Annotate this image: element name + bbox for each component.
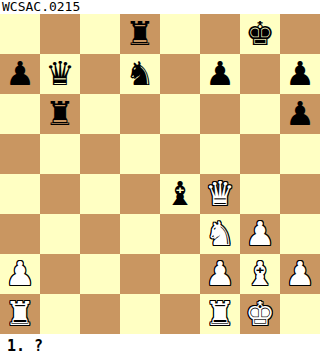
square-c2[interactable] bbox=[80, 254, 120, 294]
square-b3[interactable] bbox=[40, 214, 80, 254]
square-f5[interactable] bbox=[200, 134, 240, 174]
square-f1[interactable]: ♜ bbox=[200, 294, 240, 334]
square-c7[interactable] bbox=[80, 54, 120, 94]
square-f7[interactable]: ♟ bbox=[200, 54, 240, 94]
square-h7[interactable]: ♟ bbox=[280, 54, 320, 94]
square-d7[interactable]: ♞ bbox=[120, 54, 160, 94]
square-d8[interactable]: ♜ bbox=[120, 14, 160, 54]
square-a8[interactable] bbox=[0, 14, 40, 54]
square-e1[interactable] bbox=[160, 294, 200, 334]
square-g8[interactable]: ♚ bbox=[240, 14, 280, 54]
square-h2[interactable]: ♟ bbox=[280, 254, 320, 294]
piece-white-pawn-g3: ♟ bbox=[245, 214, 275, 254]
square-h6[interactable]: ♟ bbox=[280, 94, 320, 134]
square-f8[interactable] bbox=[200, 14, 240, 54]
square-e8[interactable] bbox=[160, 14, 200, 54]
square-c3[interactable] bbox=[80, 214, 120, 254]
square-b8[interactable] bbox=[40, 14, 80, 54]
square-f2[interactable]: ♟ bbox=[200, 254, 240, 294]
square-g3[interactable]: ♟ bbox=[240, 214, 280, 254]
square-h3[interactable] bbox=[280, 214, 320, 254]
square-e3[interactable] bbox=[160, 214, 200, 254]
piece-black-pawn-h7: ♟ bbox=[285, 54, 315, 94]
piece-black-knight-d7: ♞ bbox=[125, 54, 155, 94]
square-c1[interactable] bbox=[80, 294, 120, 334]
square-h5[interactable] bbox=[280, 134, 320, 174]
chess-board: ♜♚♟♛♞♟♟♜♟♝♛♞♟♟♟♝♟♜♜♚ bbox=[0, 14, 320, 334]
square-a3[interactable] bbox=[0, 214, 40, 254]
square-d1[interactable] bbox=[120, 294, 160, 334]
square-f3[interactable]: ♞ bbox=[200, 214, 240, 254]
square-e5[interactable] bbox=[160, 134, 200, 174]
square-f6[interactable] bbox=[200, 94, 240, 134]
piece-white-queen-f4: ♛ bbox=[205, 174, 235, 214]
square-d4[interactable] bbox=[120, 174, 160, 214]
piece-white-rook-f1: ♜ bbox=[205, 294, 235, 334]
square-d6[interactable] bbox=[120, 94, 160, 134]
square-e4[interactable]: ♝ bbox=[160, 174, 200, 214]
square-e6[interactable] bbox=[160, 94, 200, 134]
square-c6[interactable] bbox=[80, 94, 120, 134]
square-g6[interactable] bbox=[240, 94, 280, 134]
piece-white-pawn-h2: ♟ bbox=[285, 254, 315, 294]
square-a4[interactable] bbox=[0, 174, 40, 214]
square-g1[interactable]: ♚ bbox=[240, 294, 280, 334]
square-b4[interactable] bbox=[40, 174, 80, 214]
square-h1[interactable] bbox=[280, 294, 320, 334]
piece-black-pawn-f7: ♟ bbox=[205, 54, 235, 94]
move-prompt: 1. ? bbox=[7, 337, 43, 355]
piece-black-bishop-e4: ♝ bbox=[165, 174, 195, 214]
piece-black-queen-b7: ♛ bbox=[45, 54, 75, 94]
piece-white-king-g1: ♚ bbox=[245, 294, 275, 334]
piece-black-rook-d8: ♜ bbox=[125, 14, 155, 54]
square-a7[interactable]: ♟ bbox=[0, 54, 40, 94]
square-c5[interactable] bbox=[80, 134, 120, 174]
square-b1[interactable] bbox=[40, 294, 80, 334]
square-g5[interactable] bbox=[240, 134, 280, 174]
piece-black-rook-b6: ♜ bbox=[45, 94, 75, 134]
square-b5[interactable] bbox=[40, 134, 80, 174]
square-d5[interactable] bbox=[120, 134, 160, 174]
square-g7[interactable] bbox=[240, 54, 280, 94]
square-a5[interactable] bbox=[0, 134, 40, 174]
square-h8[interactable] bbox=[280, 14, 320, 54]
square-a6[interactable] bbox=[0, 94, 40, 134]
square-c8[interactable] bbox=[80, 14, 120, 54]
square-c4[interactable] bbox=[80, 174, 120, 214]
square-g2[interactable]: ♝ bbox=[240, 254, 280, 294]
square-b2[interactable] bbox=[40, 254, 80, 294]
square-b7[interactable]: ♛ bbox=[40, 54, 80, 94]
piece-black-king-g8: ♚ bbox=[245, 14, 275, 54]
square-e2[interactable] bbox=[160, 254, 200, 294]
square-f4[interactable]: ♛ bbox=[200, 174, 240, 214]
piece-black-pawn-h6: ♟ bbox=[285, 94, 315, 134]
square-d3[interactable] bbox=[120, 214, 160, 254]
piece-white-bishop-g2: ♝ bbox=[245, 254, 275, 294]
piece-white-pawn-a2: ♟ bbox=[5, 254, 35, 294]
piece-white-rook-a1: ♜ bbox=[5, 294, 35, 334]
square-b6[interactable]: ♜ bbox=[40, 94, 80, 134]
piece-white-knight-f3: ♞ bbox=[205, 214, 235, 254]
square-e7[interactable] bbox=[160, 54, 200, 94]
piece-black-pawn-a7: ♟ bbox=[5, 54, 35, 94]
square-a2[interactable]: ♟ bbox=[0, 254, 40, 294]
square-g4[interactable] bbox=[240, 174, 280, 214]
puzzle-title: WCSAC.0215 bbox=[2, 0, 80, 14]
square-h4[interactable] bbox=[280, 174, 320, 214]
square-a1[interactable]: ♜ bbox=[0, 294, 40, 334]
piece-white-pawn-f2: ♟ bbox=[205, 254, 235, 294]
square-d2[interactable] bbox=[120, 254, 160, 294]
